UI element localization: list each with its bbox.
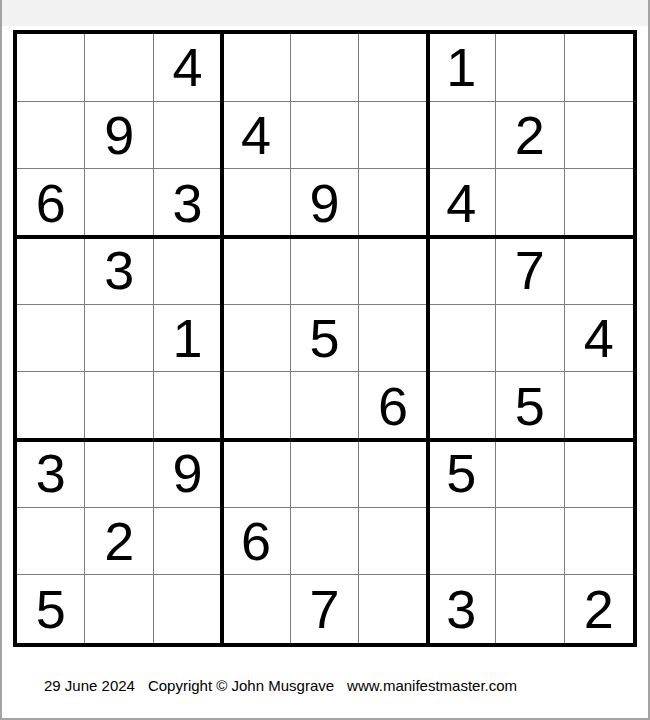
top-strip [2,0,648,26]
cell-r7c1: 3 [17,440,85,508]
cell-r5c5: 5 [291,305,359,373]
cell-r1c5 [291,34,359,102]
cell-r8c7 [428,508,496,576]
cell-r6c6: 6 [359,372,427,440]
cell-r7c5 [291,440,359,508]
cell-r4c4 [222,237,290,305]
cell-r9c7: 3 [428,575,496,643]
cell-r8c6 [359,508,427,576]
cell-r1c7: 1 [428,34,496,102]
cell-r7c9 [565,440,633,508]
cell-r3c4 [222,169,290,237]
cell-r7c8 [496,440,564,508]
cell-r8c3 [154,508,222,576]
cell-r5c9: 4 [565,305,633,373]
cell-r1c3: 4 [154,34,222,102]
cell-r7c3: 9 [154,440,222,508]
cell-r8c5 [291,508,359,576]
cell-r8c2: 2 [85,508,153,576]
cell-r2c8: 2 [496,102,564,170]
cell-r1c8 [496,34,564,102]
cell-r4c7 [428,237,496,305]
cell-r1c2 [85,34,153,102]
cell-r3c6 [359,169,427,237]
footer-copyright: Copyright © John Musgrave [148,676,334,696]
cell-r5c6 [359,305,427,373]
sudoku-board: 4194263943715465395265732 [13,30,637,647]
box-divider-horizontal-2 [17,438,633,442]
cell-r6c3 [154,372,222,440]
cell-r5c7 [428,305,496,373]
cell-r9c3 [154,575,222,643]
cell-r8c8 [496,508,564,576]
cell-r3c8 [496,169,564,237]
cell-r6c1 [17,372,85,440]
cell-r2c3 [154,102,222,170]
cell-r3c9 [565,169,633,237]
cell-r8c1 [17,508,85,576]
cell-r4c1 [17,237,85,305]
cell-r3c2 [85,169,153,237]
cell-r3c1: 6 [17,169,85,237]
cell-r9c6 [359,575,427,643]
cell-r2c4: 4 [222,102,290,170]
cell-r8c4: 6 [222,508,290,576]
cell-r6c9 [565,372,633,440]
cell-r5c2 [85,305,153,373]
cell-r2c1 [17,102,85,170]
cell-r9c8 [496,575,564,643]
cell-r9c5: 7 [291,575,359,643]
cell-r6c4 [222,372,290,440]
cell-r5c4 [222,305,290,373]
cell-r2c6 [359,102,427,170]
cell-r6c2 [85,372,153,440]
cell-r4c8: 7 [496,237,564,305]
cell-r9c4 [222,575,290,643]
footer-date: 29 June 2024 [44,676,135,696]
cell-r4c2: 3 [85,237,153,305]
cell-r6c7 [428,372,496,440]
cell-r3c7: 4 [428,169,496,237]
cell-r4c3 [154,237,222,305]
cell-r2c7 [428,102,496,170]
cell-r4c9 [565,237,633,305]
cell-r3c5: 9 [291,169,359,237]
box-divider-vertical-2 [426,34,430,643]
cell-r2c9 [565,102,633,170]
footer-website: www.manifestmaster.com [347,676,517,696]
page: 4194263943715465395265732 29 June 2024 C… [0,0,650,720]
cell-r6c5 [291,372,359,440]
cell-r5c1 [17,305,85,373]
cell-r9c2 [85,575,153,643]
cell-r2c5 [291,102,359,170]
cell-r5c8 [496,305,564,373]
cell-r1c4 [222,34,290,102]
box-divider-horizontal-1 [17,235,633,239]
cell-r6c8: 5 [496,372,564,440]
cell-r7c2 [85,440,153,508]
footer: 29 June 2024 Copyright © John Musgrave w… [44,676,517,696]
cell-r9c9: 2 [565,575,633,643]
cell-r9c1: 5 [17,575,85,643]
cell-r2c2: 9 [85,102,153,170]
cell-r4c6 [359,237,427,305]
cell-r5c3: 1 [154,305,222,373]
cell-r8c9 [565,508,633,576]
cell-r7c6 [359,440,427,508]
cell-r1c9 [565,34,633,102]
sudoku-cells: 4194263943715465395265732 [17,34,633,643]
cell-r4c5 [291,237,359,305]
cell-r7c4 [222,440,290,508]
cell-r3c3: 3 [154,169,222,237]
cell-r1c6 [359,34,427,102]
box-divider-vertical-1 [220,34,224,643]
cell-r1c1 [17,34,85,102]
cell-r7c7: 5 [428,440,496,508]
